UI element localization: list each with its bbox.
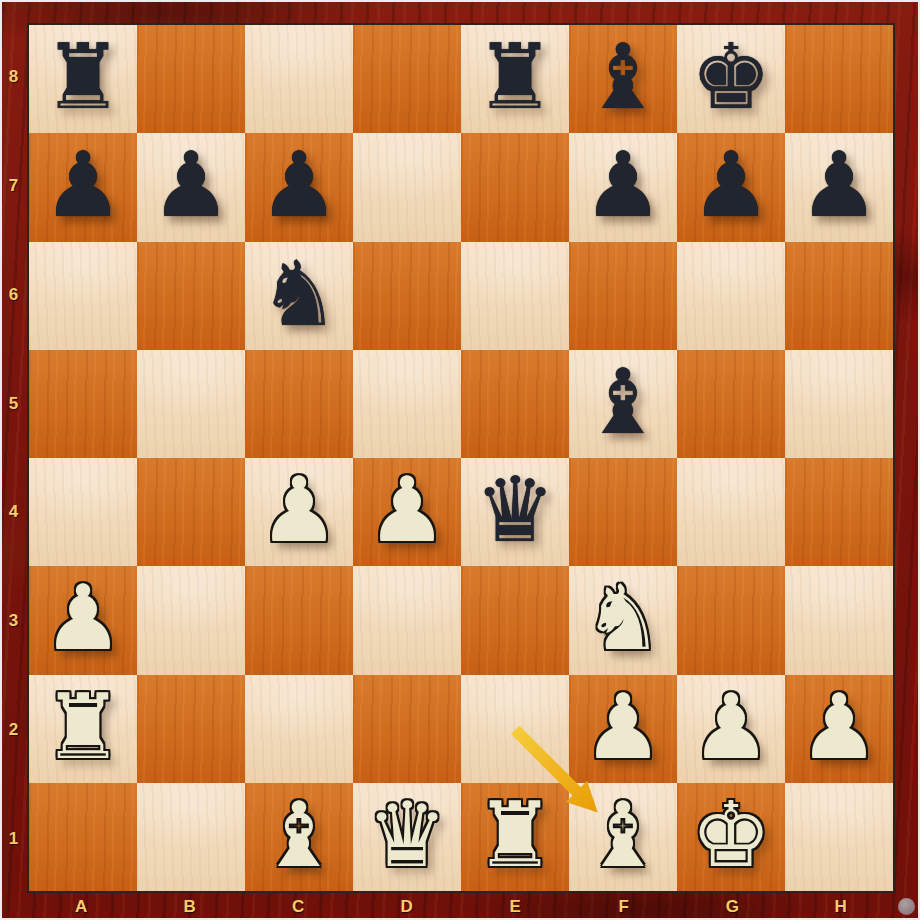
square-d5[interactable] <box>353 350 461 458</box>
square-d8[interactable] <box>353 25 461 133</box>
square-e8[interactable]: ♜ <box>461 25 569 133</box>
square-e2[interactable] <box>461 675 569 783</box>
square-f6[interactable] <box>569 242 677 350</box>
square-b4[interactable] <box>137 458 245 566</box>
square-d4[interactable]: ♟ <box>353 458 461 566</box>
square-b6[interactable] <box>137 242 245 350</box>
file-label-c: C <box>244 893 353 920</box>
piece-white-queen-d1[interactable]: ♛ <box>367 781 448 889</box>
square-h8[interactable] <box>785 25 893 133</box>
square-a7[interactable]: ♟ <box>29 133 137 241</box>
square-d6[interactable] <box>353 242 461 350</box>
square-h1[interactable] <box>785 783 893 891</box>
square-a2[interactable]: ♜ <box>29 675 137 783</box>
file-label-g: G <box>678 893 787 920</box>
piece-black-rook-e8[interactable]: ♜ <box>475 23 556 131</box>
square-a6[interactable] <box>29 242 137 350</box>
piece-white-pawn-f2[interactable]: ♟ <box>583 673 664 781</box>
square-e1[interactable]: ♜ <box>461 783 569 891</box>
file-label-b: B <box>136 893 245 920</box>
rank-label-1: 1 <box>0 784 27 893</box>
piece-white-bishop-f1[interactable]: ♝ <box>583 781 664 889</box>
square-e5[interactable] <box>461 350 569 458</box>
piece-black-queen-e4[interactable]: ♛ <box>475 456 556 564</box>
square-e3[interactable] <box>461 566 569 674</box>
piece-black-bishop-f5[interactable]: ♝ <box>583 348 664 456</box>
rank-label-4: 4 <box>0 458 27 567</box>
square-a3[interactable]: ♟ <box>29 566 137 674</box>
piece-black-pawn-a7[interactable]: ♟ <box>43 131 124 239</box>
piece-white-rook-a2[interactable]: ♜ <box>43 673 124 781</box>
file-label-d: D <box>353 893 462 920</box>
piece-black-bishop-f8[interactable]: ♝ <box>583 23 664 131</box>
rank-label-7: 7 <box>0 132 27 241</box>
piece-black-pawn-g7[interactable]: ♟ <box>691 131 772 239</box>
square-d3[interactable] <box>353 566 461 674</box>
piece-black-king-g8[interactable]: ♚ <box>691 23 772 131</box>
rank-label-8: 8 <box>0 23 27 132</box>
square-h6[interactable] <box>785 242 893 350</box>
square-g3[interactable] <box>677 566 785 674</box>
square-c6[interactable]: ♞ <box>245 242 353 350</box>
square-h5[interactable] <box>785 350 893 458</box>
piece-black-pawn-h7[interactable]: ♟ <box>799 131 880 239</box>
square-e6[interactable] <box>461 242 569 350</box>
square-h3[interactable] <box>785 566 893 674</box>
square-g5[interactable] <box>677 350 785 458</box>
piece-white-king-g1[interactable]: ♚ <box>691 781 772 889</box>
square-a4[interactable] <box>29 458 137 566</box>
piece-white-knight-f3[interactable]: ♞ <box>583 564 664 672</box>
square-b3[interactable] <box>137 566 245 674</box>
square-c8[interactable] <box>245 25 353 133</box>
square-c5[interactable] <box>245 350 353 458</box>
square-a1[interactable] <box>29 783 137 891</box>
chess-diagram: ♜♜♝♚♟♟♟♟♟♟♞♝♟♟♛♟♞♜♟♟♟♝♛♜♝♚ 87654321 ABCD… <box>0 0 920 920</box>
square-d2[interactable] <box>353 675 461 783</box>
square-g7[interactable]: ♟ <box>677 133 785 241</box>
square-g6[interactable] <box>677 242 785 350</box>
square-e7[interactable] <box>461 133 569 241</box>
file-label-a: A <box>27 893 136 920</box>
square-c1[interactable]: ♝ <box>245 783 353 891</box>
square-g1[interactable]: ♚ <box>677 783 785 891</box>
square-f4[interactable] <box>569 458 677 566</box>
piece-white-pawn-d4[interactable]: ♟ <box>367 456 448 564</box>
piece-white-pawn-g2[interactable]: ♟ <box>691 673 772 781</box>
square-f5[interactable]: ♝ <box>569 350 677 458</box>
file-label-e: E <box>461 893 570 920</box>
square-f1[interactable]: ♝ <box>569 783 677 891</box>
square-b5[interactable] <box>137 350 245 458</box>
square-c7[interactable]: ♟ <box>245 133 353 241</box>
piece-white-bishop-c1[interactable]: ♝ <box>259 781 340 889</box>
piece-black-pawn-f7[interactable]: ♟ <box>583 131 664 239</box>
square-a8[interactable]: ♜ <box>29 25 137 133</box>
square-b8[interactable] <box>137 25 245 133</box>
square-d1[interactable]: ♛ <box>353 783 461 891</box>
square-b7[interactable]: ♟ <box>137 133 245 241</box>
piece-white-rook-e1[interactable]: ♜ <box>475 781 556 889</box>
piece-black-pawn-b7[interactable]: ♟ <box>151 131 232 239</box>
square-c4[interactable]: ♟ <box>245 458 353 566</box>
square-d7[interactable] <box>353 133 461 241</box>
square-c2[interactable] <box>245 675 353 783</box>
square-g8[interactable]: ♚ <box>677 25 785 133</box>
square-a5[interactable] <box>29 350 137 458</box>
square-b1[interactable] <box>137 783 245 891</box>
file-label-f: F <box>570 893 679 920</box>
square-c3[interactable] <box>245 566 353 674</box>
chess-board[interactable]: ♜♜♝♚♟♟♟♟♟♟♞♝♟♟♛♟♞♜♟♟♟♝♛♜♝♚ <box>27 23 895 893</box>
square-f2[interactable]: ♟ <box>569 675 677 783</box>
square-f3[interactable]: ♞ <box>569 566 677 674</box>
square-e4[interactable]: ♛ <box>461 458 569 566</box>
square-f8[interactable]: ♝ <box>569 25 677 133</box>
square-g4[interactable] <box>677 458 785 566</box>
rank-label-6: 6 <box>0 241 27 350</box>
piece-black-rook-a8[interactable]: ♜ <box>43 23 124 131</box>
piece-white-pawn-c4[interactable]: ♟ <box>259 456 340 564</box>
piece-white-pawn-h2[interactable]: ♟ <box>799 673 880 781</box>
rank-label-2: 2 <box>0 676 27 785</box>
square-b2[interactable] <box>137 675 245 783</box>
piece-black-pawn-c7[interactable]: ♟ <box>259 131 340 239</box>
square-h4[interactable] <box>785 458 893 566</box>
file-label-h: H <box>787 893 896 920</box>
rank-label-5: 5 <box>0 349 27 458</box>
square-g2[interactable]: ♟ <box>677 675 785 783</box>
piece-black-knight-c6[interactable]: ♞ <box>259 240 340 348</box>
square-h7[interactable]: ♟ <box>785 133 893 241</box>
watermark-dot <box>898 898 915 915</box>
rank-label-3: 3 <box>0 567 27 676</box>
piece-white-pawn-a3[interactable]: ♟ <box>43 564 124 672</box>
square-f7[interactable]: ♟ <box>569 133 677 241</box>
square-h2[interactable]: ♟ <box>785 675 893 783</box>
